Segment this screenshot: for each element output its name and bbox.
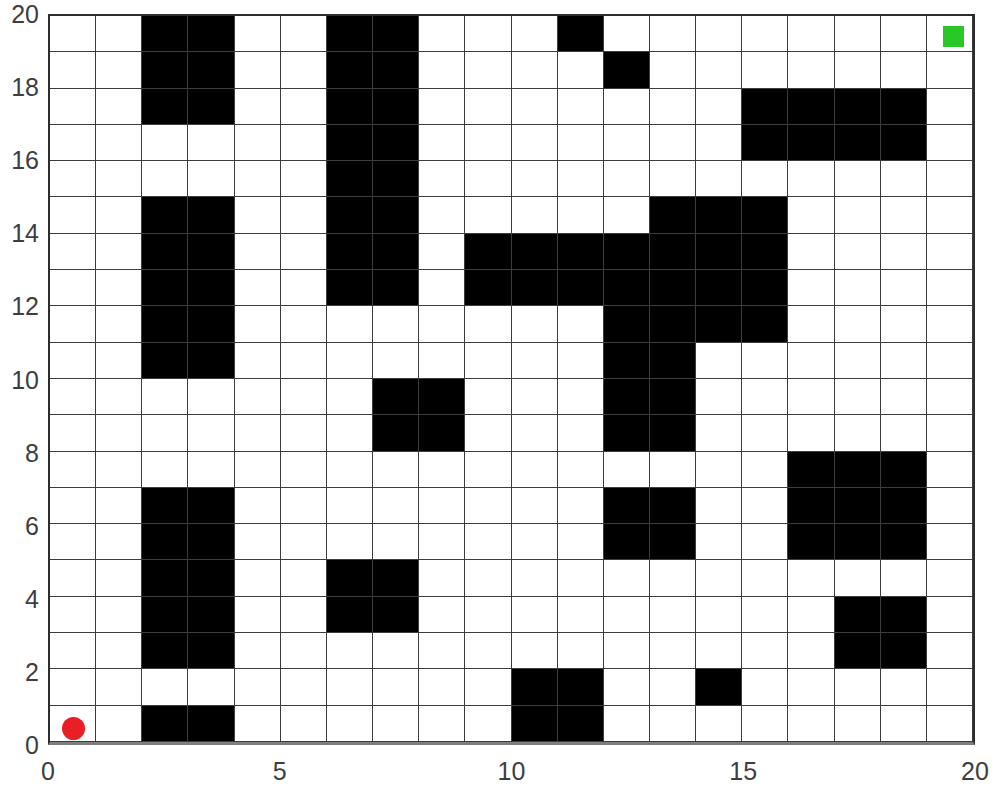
free-cell	[558, 161, 604, 197]
obstacle-cell	[881, 597, 927, 633]
obstacle-cell	[604, 524, 650, 560]
obstacle-cell	[142, 706, 188, 742]
free-cell	[558, 343, 604, 379]
obstacle-cell	[835, 488, 881, 524]
free-cell	[650, 597, 696, 633]
free-cell	[50, 270, 96, 306]
free-cell	[788, 706, 834, 742]
obstacle-cell	[188, 197, 234, 233]
free-cell	[142, 415, 188, 451]
obstacle-cell	[373, 161, 419, 197]
free-cell	[512, 633, 558, 669]
free-cell	[835, 306, 881, 342]
obstacle-cell	[835, 524, 881, 560]
free-cell	[604, 16, 650, 52]
obstacle-cell	[188, 633, 234, 669]
free-cell	[465, 415, 511, 451]
free-cell	[188, 669, 234, 705]
obstacle-cell	[188, 560, 234, 596]
free-cell	[927, 270, 973, 306]
free-cell	[235, 560, 281, 596]
obstacle-cell	[558, 669, 604, 705]
free-cell	[327, 669, 373, 705]
free-cell	[281, 488, 327, 524]
free-cell	[50, 633, 96, 669]
obstacle-cell	[696, 306, 742, 342]
free-cell	[558, 379, 604, 415]
y-tick-label: 8	[0, 440, 39, 466]
obstacle-cell	[465, 234, 511, 270]
obstacle-cell	[142, 197, 188, 233]
obstacle-cell	[512, 706, 558, 742]
free-cell	[835, 234, 881, 270]
free-cell	[281, 415, 327, 451]
free-cell	[96, 306, 142, 342]
free-cell	[512, 16, 558, 52]
free-cell	[281, 597, 327, 633]
free-cell	[604, 161, 650, 197]
obstacle-cell	[188, 524, 234, 560]
obstacle-cell	[558, 706, 604, 742]
x-tick-label: 20	[961, 758, 989, 784]
free-cell	[881, 270, 927, 306]
free-cell	[419, 16, 465, 52]
obstacle-cell	[142, 234, 188, 270]
free-cell	[373, 306, 419, 342]
free-cell	[696, 415, 742, 451]
free-cell	[512, 524, 558, 560]
free-cell	[96, 706, 142, 742]
free-cell	[235, 270, 281, 306]
free-cell	[327, 633, 373, 669]
free-cell	[281, 89, 327, 125]
free-cell	[835, 52, 881, 88]
x-tick-label: 0	[41, 758, 55, 784]
free-cell	[512, 52, 558, 88]
free-cell	[96, 415, 142, 451]
free-cell	[50, 669, 96, 705]
obstacle-cell	[188, 89, 234, 125]
free-cell	[650, 452, 696, 488]
obstacle-cell	[142, 306, 188, 342]
free-cell	[558, 524, 604, 560]
free-cell	[835, 415, 881, 451]
free-cell	[327, 706, 373, 742]
obstacle-cell	[696, 669, 742, 705]
free-cell	[604, 125, 650, 161]
free-cell	[465, 488, 511, 524]
obstacle-cell	[327, 234, 373, 270]
obstacle-cell	[604, 306, 650, 342]
free-cell	[235, 379, 281, 415]
free-cell	[50, 89, 96, 125]
free-cell	[465, 706, 511, 742]
obstacle-cell	[881, 125, 927, 161]
free-cell	[558, 488, 604, 524]
free-cell	[927, 52, 973, 88]
free-cell	[96, 560, 142, 596]
obstacle-cell	[696, 197, 742, 233]
free-cell	[373, 452, 419, 488]
free-cell	[881, 669, 927, 705]
free-cell	[696, 633, 742, 669]
free-cell	[50, 343, 96, 379]
free-cell	[927, 560, 973, 596]
free-cell	[604, 633, 650, 669]
free-cell	[927, 524, 973, 560]
free-cell	[50, 488, 96, 524]
free-cell	[696, 524, 742, 560]
obstacle-cell	[558, 234, 604, 270]
free-cell	[96, 633, 142, 669]
free-cell	[742, 633, 788, 669]
free-cell	[696, 706, 742, 742]
free-cell	[419, 488, 465, 524]
x-tick-label: 5	[273, 758, 287, 784]
free-cell	[419, 560, 465, 596]
free-cell	[327, 379, 373, 415]
free-cell	[235, 669, 281, 705]
free-cell	[512, 125, 558, 161]
free-cell	[419, 669, 465, 705]
free-cell	[696, 560, 742, 596]
free-cell	[604, 669, 650, 705]
free-cell	[604, 89, 650, 125]
free-cell	[419, 161, 465, 197]
free-cell	[604, 197, 650, 233]
free-cell	[558, 452, 604, 488]
obstacle-cell	[512, 270, 558, 306]
free-cell	[881, 415, 927, 451]
free-cell	[96, 197, 142, 233]
free-cell	[881, 234, 927, 270]
obstacle-cell	[188, 270, 234, 306]
obstacle-cell	[465, 270, 511, 306]
free-cell	[650, 52, 696, 88]
free-cell	[604, 452, 650, 488]
obstacle-cell	[142, 89, 188, 125]
free-cell	[927, 633, 973, 669]
free-cell	[927, 125, 973, 161]
free-cell	[835, 197, 881, 233]
free-cell	[50, 560, 96, 596]
free-cell	[419, 89, 465, 125]
obstacle-cell	[188, 597, 234, 633]
obstacle-cell	[373, 270, 419, 306]
free-cell	[235, 125, 281, 161]
free-cell	[465, 633, 511, 669]
free-cell	[50, 452, 96, 488]
free-cell	[96, 89, 142, 125]
obstacle-cell	[604, 488, 650, 524]
free-cell	[650, 161, 696, 197]
obstacle-cell	[142, 633, 188, 669]
obstacle-cell	[142, 16, 188, 52]
obstacle-cell	[327, 597, 373, 633]
obstacle-cell	[142, 52, 188, 88]
free-cell	[235, 197, 281, 233]
obstacle-cell	[373, 415, 419, 451]
y-tick-label: 4	[0, 586, 39, 612]
free-cell	[927, 452, 973, 488]
free-cell	[235, 161, 281, 197]
obstacle-cell	[650, 306, 696, 342]
y-tick-label: 10	[0, 367, 39, 393]
free-cell	[927, 343, 973, 379]
free-cell	[835, 560, 881, 596]
free-cell	[604, 706, 650, 742]
obstacle-cell	[142, 524, 188, 560]
free-cell	[142, 161, 188, 197]
free-cell	[742, 379, 788, 415]
start-marker-icon	[62, 717, 85, 740]
free-cell	[235, 488, 281, 524]
free-cell	[835, 343, 881, 379]
free-cell	[881, 52, 927, 88]
free-cell	[788, 197, 834, 233]
free-cell	[327, 415, 373, 451]
free-cell	[835, 270, 881, 306]
y-tick-label: 12	[0, 293, 39, 319]
obstacle-cell	[650, 488, 696, 524]
obstacle-cell	[188, 234, 234, 270]
obstacle-cell	[373, 379, 419, 415]
free-cell	[188, 415, 234, 451]
obstacle-cell	[788, 89, 834, 125]
free-cell	[327, 524, 373, 560]
free-cell	[419, 270, 465, 306]
free-cell	[558, 560, 604, 596]
free-cell	[465, 16, 511, 52]
free-cell	[788, 415, 834, 451]
obstacle-cell	[604, 379, 650, 415]
free-cell	[881, 560, 927, 596]
free-cell	[281, 706, 327, 742]
obstacle-cell	[512, 669, 558, 705]
obstacle-cell	[835, 89, 881, 125]
free-cell	[742, 560, 788, 596]
free-cell	[927, 197, 973, 233]
obstacle-cell	[558, 16, 604, 52]
free-cell	[835, 16, 881, 52]
free-cell	[742, 597, 788, 633]
obstacle-cell	[373, 234, 419, 270]
free-cell	[465, 343, 511, 379]
free-cell	[281, 125, 327, 161]
obstacle-cell	[604, 343, 650, 379]
obstacle-cell	[327, 52, 373, 88]
free-cell	[881, 161, 927, 197]
free-cell	[742, 669, 788, 705]
free-cell	[188, 161, 234, 197]
obstacle-cell	[650, 197, 696, 233]
obstacle-cell	[788, 125, 834, 161]
obstacle-cell	[788, 488, 834, 524]
free-cell	[281, 524, 327, 560]
obstacle-cell	[604, 270, 650, 306]
free-cell	[50, 125, 96, 161]
free-cell	[927, 597, 973, 633]
obstacle-cell	[142, 270, 188, 306]
free-cell	[742, 524, 788, 560]
obstacle-cell	[327, 16, 373, 52]
obstacle-cell	[373, 560, 419, 596]
free-cell	[927, 379, 973, 415]
free-cell	[419, 52, 465, 88]
free-cell	[465, 125, 511, 161]
x-tick-label: 15	[729, 758, 757, 784]
free-cell	[742, 343, 788, 379]
free-cell	[465, 379, 511, 415]
free-cell	[512, 597, 558, 633]
free-cell	[96, 161, 142, 197]
free-cell	[696, 52, 742, 88]
free-cell	[50, 306, 96, 342]
obstacle-cell	[142, 488, 188, 524]
free-cell	[419, 306, 465, 342]
free-cell	[835, 379, 881, 415]
obstacle-cell	[142, 597, 188, 633]
free-cell	[742, 415, 788, 451]
free-cell	[419, 125, 465, 161]
free-cell	[650, 560, 696, 596]
free-cell	[96, 16, 142, 52]
free-cell	[465, 524, 511, 560]
obstacle-cell	[327, 161, 373, 197]
free-cell	[96, 125, 142, 161]
free-cell	[927, 161, 973, 197]
free-cell	[96, 343, 142, 379]
free-cell	[742, 488, 788, 524]
free-cell	[96, 52, 142, 88]
free-cell	[419, 234, 465, 270]
free-cell	[50, 52, 96, 88]
free-cell	[96, 452, 142, 488]
free-cell	[881, 16, 927, 52]
obstacle-cell	[742, 306, 788, 342]
free-cell	[281, 452, 327, 488]
free-cell	[558, 125, 604, 161]
free-cell	[142, 125, 188, 161]
free-cell	[788, 16, 834, 52]
obstacle-cell	[788, 452, 834, 488]
obstacle-cell	[558, 270, 604, 306]
free-cell	[281, 197, 327, 233]
free-cell	[50, 234, 96, 270]
free-cell	[650, 125, 696, 161]
obstacle-cell	[835, 633, 881, 669]
free-cell	[327, 343, 373, 379]
free-cell	[465, 560, 511, 596]
free-cell	[96, 669, 142, 705]
obstacle-cell	[742, 197, 788, 233]
obstacle-cell	[188, 16, 234, 52]
free-cell	[835, 706, 881, 742]
free-cell	[788, 343, 834, 379]
free-cell	[512, 415, 558, 451]
free-cell	[327, 452, 373, 488]
obstacle-cell	[373, 597, 419, 633]
free-cell	[742, 16, 788, 52]
free-cell	[650, 669, 696, 705]
free-cell	[281, 52, 327, 88]
obstacle-cell	[835, 597, 881, 633]
obstacle-cell	[881, 452, 927, 488]
free-cell	[927, 306, 973, 342]
free-cell	[281, 161, 327, 197]
free-cell	[788, 560, 834, 596]
free-cell	[512, 161, 558, 197]
free-cell	[235, 16, 281, 52]
free-cell	[512, 343, 558, 379]
free-cell	[881, 343, 927, 379]
obstacle-cell	[604, 52, 650, 88]
free-cell	[835, 669, 881, 705]
free-cell	[327, 488, 373, 524]
grid-map	[48, 14, 975, 745]
obstacle-cell	[327, 270, 373, 306]
free-cell	[696, 343, 742, 379]
x-tick-label: 10	[498, 758, 526, 784]
free-cell	[235, 415, 281, 451]
obstacle-cell	[327, 197, 373, 233]
obstacle-cell	[881, 89, 927, 125]
free-cell	[650, 706, 696, 742]
free-cell	[96, 524, 142, 560]
free-cell	[650, 16, 696, 52]
free-cell	[558, 633, 604, 669]
free-cell	[235, 597, 281, 633]
free-cell	[142, 452, 188, 488]
free-cell	[373, 669, 419, 705]
free-cell	[835, 161, 881, 197]
obstacle-cell	[742, 125, 788, 161]
free-cell	[96, 488, 142, 524]
free-cell	[788, 161, 834, 197]
free-cell	[927, 234, 973, 270]
free-cell	[50, 197, 96, 233]
free-cell	[696, 161, 742, 197]
occupancy-grid-figure: 02468101214161820 05101520	[0, 0, 1000, 796]
free-cell	[465, 597, 511, 633]
free-cell	[50, 161, 96, 197]
obstacle-cell	[142, 343, 188, 379]
free-cell	[373, 633, 419, 669]
free-cell	[512, 306, 558, 342]
obstacle-cell	[835, 125, 881, 161]
free-cell	[465, 52, 511, 88]
y-tick-label: 0	[0, 732, 39, 758]
free-cell	[604, 560, 650, 596]
obstacle-cell	[788, 524, 834, 560]
free-cell	[788, 52, 834, 88]
obstacle-cell	[188, 52, 234, 88]
y-tick-label: 2	[0, 659, 39, 685]
y-tick-label: 16	[0, 147, 39, 173]
free-cell	[604, 597, 650, 633]
free-cell	[742, 161, 788, 197]
free-cell	[235, 706, 281, 742]
free-cell	[419, 343, 465, 379]
obstacle-cell	[188, 706, 234, 742]
free-cell	[696, 125, 742, 161]
free-cell	[788, 669, 834, 705]
obstacle-cell	[327, 560, 373, 596]
free-cell	[235, 452, 281, 488]
obstacle-cell	[373, 125, 419, 161]
free-cell	[50, 16, 96, 52]
obstacle-cell	[650, 270, 696, 306]
